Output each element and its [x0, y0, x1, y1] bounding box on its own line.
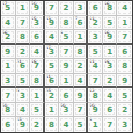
cell-digit: 5	[20, 78, 25, 85]
cell-digit: 5	[93, 49, 98, 56]
cell-digit: 1	[34, 93, 39, 100]
cell-digit: 7	[5, 93, 10, 100]
cell-r7c8[interactable]: 4	[103, 88, 118, 103]
cell-digit: 7	[93, 78, 98, 85]
cell-digit: 9	[122, 78, 127, 85]
cage-sum: 11	[46, 74, 51, 79]
cell-r1c1[interactable]: 175	[1, 1, 16, 16]
cell-digit: 8	[122, 63, 127, 70]
cell-r6c9[interactable]: 9	[117, 74, 132, 89]
cell-digit: 9	[93, 107, 98, 114]
cell-r2c7[interactable]: 112	[88, 16, 103, 31]
cell-r3c4[interactable]: 4	[45, 30, 60, 45]
cell-r8c4[interactable]: 1	[45, 103, 60, 118]
cell-r1c5[interactable]: 2	[59, 1, 74, 16]
cell-digit: 3	[122, 122, 127, 129]
cell-r9c6[interactable]: 5	[74, 117, 89, 132]
cell-digit: 1	[49, 107, 54, 114]
cell-digit: 7	[49, 5, 54, 12]
cage-sum: 20	[31, 1, 36, 6]
cell-r6c5[interactable]: 1	[59, 74, 74, 89]
cell-digit: 6	[78, 20, 83, 27]
cell-digit: 8	[64, 20, 69, 27]
cell-digit: 3	[78, 5, 83, 12]
cell-r6c3[interactable]: 8	[30, 74, 45, 89]
cage-sum: 8	[60, 30, 63, 35]
cell-r6c1[interactable]: 3	[1, 74, 16, 89]
cell-r9c8[interactable]: 7	[103, 117, 118, 132]
cage-sum: 11	[89, 16, 94, 21]
cell-r6c6[interactable]: 4	[74, 74, 89, 89]
cell-digit: 7	[20, 20, 25, 27]
cell-r7c1[interactable]: 7	[1, 88, 16, 103]
cell-r8c9[interactable]: 2	[117, 103, 132, 118]
cage-sum: 15	[17, 117, 22, 122]
cell-digit: 2	[49, 93, 54, 100]
cell-r3c6[interactable]: 1	[74, 30, 89, 45]
cell-r4c1[interactable]: 9	[1, 45, 16, 60]
cell-digit: 2	[64, 5, 69, 12]
cell-digit: 9	[20, 122, 25, 129]
cell-digit: 7	[64, 49, 69, 56]
cage-sum: 12	[89, 88, 94, 93]
cell-digit: 8	[20, 34, 25, 41]
cell-r2c1[interactable]: 4	[1, 16, 16, 31]
cell-digit: 4	[93, 63, 98, 70]
cell-digit: 4	[20, 107, 25, 114]
cell-digit: 7	[34, 63, 39, 70]
cell-digit: 6	[20, 63, 25, 70]
cell-digit: 3	[49, 49, 54, 56]
cell-digit: 9	[64, 63, 69, 70]
cell-r5c6[interactable]: 2	[74, 59, 89, 74]
cell-digit: 6	[107, 107, 112, 114]
cell-digit: 6	[5, 122, 10, 129]
cell-r3c8[interactable]: 169	[103, 30, 118, 45]
cell-digit: 1	[78, 34, 83, 41]
cell-r3c2[interactable]: 8	[16, 30, 31, 45]
cell-digit: 9	[49, 20, 54, 27]
cell-r5c9[interactable]: 8	[117, 59, 132, 74]
cell-r8c1[interactable]: 208	[1, 103, 16, 118]
cell-digit: 4	[5, 20, 10, 27]
cell-r8c5[interactable]: 203	[59, 103, 74, 118]
cell-r8c3[interactable]: 5	[30, 103, 45, 118]
cell-digit: 3	[5, 78, 10, 85]
cage-sum: 20	[2, 103, 7, 108]
cell-r6c8[interactable]: 2	[103, 74, 118, 89]
cell-r4c6[interactable]: 8	[74, 45, 89, 60]
cell-r5c2[interactable]: 216	[16, 59, 31, 74]
cell-digit: 9	[34, 5, 39, 12]
cage-sum: 17	[46, 45, 51, 50]
cell-r2c3[interactable]: 153	[30, 16, 45, 31]
cell-digit: 3	[107, 63, 112, 70]
cell-digit: 5	[5, 5, 10, 12]
cell-r6c2[interactable]: 5	[16, 74, 31, 89]
cage-sum: 15	[31, 16, 36, 21]
cage-sum: 7	[75, 16, 78, 21]
cell-digit: 7	[107, 122, 112, 129]
cell-digit: 2	[78, 63, 83, 70]
cell-r3c1[interactable]: 262	[1, 30, 16, 45]
cell-r4c4[interactable]: 173	[45, 45, 60, 60]
cell-r2c6[interactable]: 76	[74, 16, 89, 31]
sudoku-board: 1751209723616844715313987611251262864851…	[0, 0, 133, 133]
cell-r3c9[interactable]: 7	[117, 30, 132, 45]
cell-digit: 5	[107, 20, 112, 27]
cell-r5c7[interactable]: 114	[88, 59, 103, 74]
cell-r6c7[interactable]: 7	[88, 74, 103, 89]
cell-digit: 8	[5, 107, 10, 114]
cell-digit: 3	[20, 93, 25, 100]
cage-sum: 18	[31, 59, 36, 64]
cell-r4c2[interactable]: 2	[16, 45, 31, 60]
cell-r1c4[interactable]: 7	[45, 1, 60, 16]
cell-r7c6[interactable]: 9	[74, 88, 89, 103]
cell-digit: 3	[93, 34, 98, 41]
cell-r5c4[interactable]: 5	[45, 59, 60, 74]
cell-r8c2[interactable]: 4	[16, 103, 31, 118]
cage-sum: 8	[89, 117, 92, 122]
cage-sum: 14	[104, 59, 109, 64]
cage-sum: 8	[17, 88, 20, 93]
cell-digit: 1	[122, 20, 127, 27]
cell-r5c8[interactable]: 143	[103, 59, 118, 74]
cell-digit: 1	[107, 49, 112, 56]
cell-digit: 8	[93, 93, 98, 100]
cell-digit: 4	[49, 34, 54, 41]
cell-r5c5[interactable]: 9	[59, 59, 74, 74]
cell-digit: 2	[34, 122, 39, 129]
cell-digit: 1	[64, 78, 69, 85]
cell-digit: 5	[34, 107, 39, 114]
cell-digit: 4	[107, 93, 112, 100]
cage-sum: 17	[2, 1, 7, 6]
cell-digit: 4	[122, 5, 127, 12]
cell-r3c5[interactable]: 85	[59, 30, 74, 45]
cell-r7c3[interactable]: 1	[30, 88, 45, 103]
cage-sum: 11	[89, 59, 94, 64]
cell-r4c8[interactable]: 1	[103, 45, 118, 60]
cell-r8c6[interactable]: 7	[74, 103, 89, 118]
cell-digit: 8	[78, 49, 83, 56]
cell-r9c5[interactable]: 4	[59, 117, 74, 132]
cage-sum: 16	[104, 1, 109, 6]
cell-digit: 3	[64, 107, 69, 114]
cell-digit: 5	[122, 93, 127, 100]
cell-r2c4[interactable]: 139	[45, 16, 60, 31]
cell-digit: 5	[78, 122, 83, 129]
cell-r9c3[interactable]: 2	[30, 117, 45, 132]
cell-r8c8[interactable]: 6	[103, 103, 118, 118]
cell-r9c2[interactable]: 159	[16, 117, 31, 132]
cell-digit: 4	[78, 78, 83, 85]
cell-digit: 6	[34, 34, 39, 41]
cell-digit: 5	[64, 34, 69, 41]
cell-r9c7[interactable]: 81	[88, 117, 103, 132]
cell-r4c3[interactable]: 4	[30, 45, 45, 60]
cell-digit: 1	[5, 63, 10, 70]
cage-sum: 20	[89, 103, 94, 108]
cell-r2c5[interactable]: 8	[59, 16, 74, 31]
cell-digit: 8	[34, 78, 39, 85]
cell-r1c7[interactable]: 6	[88, 1, 103, 16]
cell-digit: 1	[20, 5, 25, 12]
cage-sum: 25	[46, 88, 51, 93]
cell-r4c7[interactable]: 5	[88, 45, 103, 60]
cell-r2c2[interactable]: 7	[16, 16, 31, 31]
cell-r5c3[interactable]: 187	[30, 59, 45, 74]
cell-r7c9[interactable]: 5	[117, 88, 132, 103]
cell-r4c9[interactable]: 6	[117, 45, 132, 60]
cell-r5c1[interactable]: 1	[1, 59, 16, 74]
cell-r8c7[interactable]: 209	[88, 103, 103, 118]
cell-digit: 6	[93, 5, 98, 12]
cell-r3c3[interactable]: 6	[30, 30, 45, 45]
cell-r7c2[interactable]: 83	[16, 88, 31, 103]
cell-r1c6[interactable]: 3	[74, 1, 89, 16]
cell-digit: 9	[5, 49, 10, 56]
cell-r7c5[interactable]: 6	[59, 88, 74, 103]
cell-r1c9[interactable]: 4	[117, 1, 132, 16]
cell-r2c8[interactable]: 5	[103, 16, 118, 31]
cell-digit: 4	[64, 122, 69, 129]
cell-digit: 8	[49, 122, 54, 129]
cell-r1c3[interactable]: 209	[30, 1, 45, 16]
cell-r1c8[interactable]: 168	[103, 1, 118, 16]
cell-r9c4[interactable]: 8	[45, 117, 60, 132]
cell-r7c7[interactable]: 128	[88, 88, 103, 103]
cell-digit: 2	[93, 20, 98, 27]
cell-r2c9[interactable]: 1	[117, 16, 132, 31]
cell-digit: 9	[78, 93, 83, 100]
cell-digit: 2	[20, 49, 25, 56]
cell-r4c5[interactable]: 7	[59, 45, 74, 60]
cell-digit: 4	[34, 49, 39, 56]
cage-sum: 16	[104, 30, 109, 35]
cell-r9c9[interactable]: 3	[117, 117, 132, 132]
cage-sum: 26	[2, 30, 7, 35]
cell-digit: 2	[122, 107, 127, 114]
cell-digit: 1	[93, 122, 98, 129]
cell-r9c1[interactable]: 6	[1, 117, 16, 132]
cell-r3c7[interactable]: 3	[88, 30, 103, 45]
cell-r7c4[interactable]: 252	[45, 88, 60, 103]
cell-digit: 7	[78, 107, 83, 114]
cell-digit: 2	[107, 78, 112, 85]
cage-sum: 20	[60, 103, 65, 108]
cell-digit: 7	[122, 34, 127, 41]
cell-digit: 6	[64, 93, 69, 100]
cell-r1c2[interactable]: 1	[16, 1, 31, 16]
cell-digit: 8	[107, 5, 112, 12]
cell-r6c4[interactable]: 116	[45, 74, 60, 89]
cell-digit: 6	[122, 49, 127, 56]
cell-digit: 5	[49, 63, 54, 70]
cage-sum: 21	[17, 59, 22, 64]
cage-sum: 13	[46, 16, 51, 21]
cell-digit: 3	[34, 20, 39, 27]
